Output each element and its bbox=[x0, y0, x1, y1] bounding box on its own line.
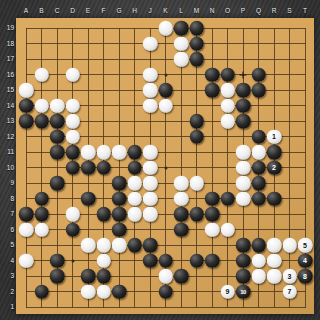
grid-line-vertical bbox=[181, 28, 182, 308]
white-stone-D13[interactable] bbox=[65, 114, 80, 129]
black-stone-O8[interactable] bbox=[220, 191, 235, 206]
black-stone-C12[interactable] bbox=[50, 129, 65, 144]
row-label-5: 5 bbox=[10, 242, 14, 249]
col-label-N: N bbox=[210, 8, 215, 15]
white-stone-J10[interactable] bbox=[143, 160, 158, 175]
black-stone-C9[interactable] bbox=[50, 176, 65, 191]
move-number-label: 7 bbox=[288, 288, 292, 295]
row-label-6: 6 bbox=[10, 226, 14, 233]
col-label-D: D bbox=[70, 8, 75, 15]
col-label-A: A bbox=[24, 8, 28, 15]
col-label-L: L bbox=[179, 8, 183, 15]
black-stone-C13[interactable] bbox=[50, 114, 65, 129]
black-stone-G7[interactable] bbox=[112, 207, 127, 222]
white-stone-N6[interactable] bbox=[205, 222, 220, 237]
white-stone-Q4[interactable] bbox=[251, 253, 266, 268]
black-stone-P5[interactable] bbox=[236, 238, 251, 253]
white-stone-L17[interactable] bbox=[174, 52, 189, 67]
black-stone-Q16[interactable] bbox=[251, 67, 266, 82]
move-number-label: 8 bbox=[303, 273, 307, 280]
black-stone-A7[interactable] bbox=[19, 207, 34, 222]
white-stone-O14[interactable] bbox=[220, 98, 235, 113]
col-label-E: E bbox=[86, 8, 90, 15]
col-label-Q: Q bbox=[256, 8, 261, 15]
white-stone-K14[interactable] bbox=[158, 98, 173, 113]
white-stone-H9[interactable] bbox=[127, 176, 142, 191]
black-stone-O16[interactable] bbox=[220, 67, 235, 82]
col-label-S: S bbox=[287, 8, 291, 15]
black-stone-M19[interactable] bbox=[189, 21, 204, 36]
move-number-label: 10 bbox=[240, 289, 246, 295]
black-stone-G8[interactable] bbox=[112, 191, 127, 206]
row-label-3: 3 bbox=[10, 273, 14, 280]
black-stone-R11[interactable] bbox=[267, 145, 282, 160]
row-label-17: 17 bbox=[7, 56, 14, 63]
black-stone-R8[interactable] bbox=[267, 191, 282, 206]
white-stone-K3[interactable] bbox=[158, 269, 173, 284]
white-stone-S2[interactable]: 7 bbox=[282, 284, 297, 299]
white-stone-D7[interactable] bbox=[65, 207, 80, 222]
black-stone-H11[interactable] bbox=[127, 145, 142, 160]
black-stone-N8[interactable] bbox=[205, 191, 220, 206]
white-stone-G5[interactable] bbox=[112, 238, 127, 253]
black-stone-D6[interactable] bbox=[65, 222, 80, 237]
white-stone-D16[interactable] bbox=[65, 67, 80, 82]
row-label-10: 10 bbox=[7, 164, 14, 171]
white-stone-H8[interactable] bbox=[127, 191, 142, 206]
black-stone-N16[interactable] bbox=[205, 67, 220, 82]
row-label-11: 11 bbox=[7, 149, 14, 156]
black-stone-B13[interactable] bbox=[34, 114, 49, 129]
white-stone-A15[interactable] bbox=[19, 83, 34, 98]
white-stone-T5[interactable]: 5 bbox=[298, 238, 313, 253]
col-label-O: O bbox=[225, 8, 230, 15]
row-label-9: 9 bbox=[10, 180, 14, 187]
white-stone-L9[interactable] bbox=[174, 176, 189, 191]
black-stone-M18[interactable] bbox=[189, 36, 204, 51]
white-stone-O15[interactable] bbox=[220, 83, 235, 98]
black-stone-N7[interactable] bbox=[205, 207, 220, 222]
black-stone-P15[interactable] bbox=[236, 83, 251, 98]
cross-marker bbox=[240, 71, 247, 78]
white-stone-J18[interactable] bbox=[143, 36, 158, 51]
white-stone-E11[interactable] bbox=[81, 145, 96, 160]
white-stone-J11[interactable] bbox=[143, 145, 158, 160]
black-stone-P2[interactable]: 10 bbox=[236, 284, 251, 299]
white-stone-Q3[interactable] bbox=[251, 269, 266, 284]
row-label-12: 12 bbox=[7, 133, 14, 140]
white-stone-L18[interactable] bbox=[174, 36, 189, 51]
black-stone-Q12[interactable] bbox=[251, 129, 266, 144]
black-stone-A13[interactable] bbox=[19, 114, 34, 129]
move-number-label: 9 bbox=[226, 288, 230, 295]
move-number-label: 5 bbox=[303, 242, 307, 249]
black-stone-Q15[interactable] bbox=[251, 83, 266, 98]
black-stone-N4[interactable] bbox=[205, 253, 220, 268]
grid-line-horizontal bbox=[26, 43, 306, 44]
white-stone-B14[interactable] bbox=[34, 98, 49, 113]
col-label-M: M bbox=[194, 8, 199, 15]
col-label-C: C bbox=[55, 8, 60, 15]
go-diagram-screenshot: ABCDEFGHJKLMNOPQRST191817161514131211109… bbox=[0, 0, 320, 320]
white-stone-C14[interactable] bbox=[50, 98, 65, 113]
white-stone-D14[interactable] bbox=[65, 98, 80, 113]
move-number-label: 3 bbox=[288, 273, 292, 280]
row-label-16: 16 bbox=[7, 71, 14, 78]
col-label-K: K bbox=[163, 8, 167, 15]
white-stone-P10[interactable] bbox=[236, 160, 251, 175]
white-stone-R4[interactable] bbox=[267, 253, 282, 268]
move-number-label: 2 bbox=[272, 164, 276, 171]
white-stone-J16[interactable] bbox=[143, 67, 158, 82]
black-stone-K2[interactable] bbox=[158, 284, 173, 299]
black-stone-P3[interactable] bbox=[236, 269, 251, 284]
black-stone-C11[interactable] bbox=[50, 145, 65, 160]
white-stone-O6[interactable] bbox=[220, 222, 235, 237]
black-stone-F10[interactable] bbox=[96, 160, 111, 175]
white-stone-J7[interactable] bbox=[143, 207, 158, 222]
col-label-F: F bbox=[102, 8, 106, 15]
white-stone-A6[interactable] bbox=[19, 222, 34, 237]
white-stone-B16[interactable] bbox=[34, 67, 49, 82]
black-stone-T3[interactable]: 8 bbox=[298, 269, 313, 284]
col-label-T: T bbox=[303, 8, 307, 15]
grid-line-horizontal bbox=[26, 59, 306, 60]
black-stone-G9[interactable] bbox=[112, 176, 127, 191]
white-stone-R12[interactable]: 1 bbox=[267, 129, 282, 144]
white-stone-L8[interactable] bbox=[174, 191, 189, 206]
black-stone-P4[interactable] bbox=[236, 253, 251, 268]
black-stone-F3[interactable] bbox=[96, 269, 111, 284]
col-label-B: B bbox=[39, 8, 43, 15]
white-stone-P9[interactable] bbox=[236, 176, 251, 191]
white-stone-J15[interactable] bbox=[143, 83, 158, 98]
white-stone-G11[interactable] bbox=[112, 145, 127, 160]
black-stone-B7[interactable] bbox=[34, 207, 49, 222]
black-stone-G6[interactable] bbox=[112, 222, 127, 237]
black-stone-C3[interactable] bbox=[50, 269, 65, 284]
black-stone-P14[interactable] bbox=[236, 98, 251, 113]
black-stone-J5[interactable] bbox=[143, 238, 158, 253]
black-stone-M12[interactable] bbox=[189, 129, 204, 144]
black-stone-D11[interactable] bbox=[65, 145, 80, 160]
white-stone-J9[interactable] bbox=[143, 176, 158, 191]
black-stone-H5[interactable] bbox=[127, 238, 142, 253]
row-label-8: 8 bbox=[10, 195, 14, 202]
black-stone-R10[interactable]: 2 bbox=[267, 160, 282, 175]
white-stone-K19[interactable] bbox=[158, 21, 173, 36]
white-stone-R3[interactable] bbox=[267, 269, 282, 284]
hoshi-point bbox=[164, 73, 167, 76]
col-label-R: R bbox=[272, 8, 277, 15]
black-stone-M4[interactable] bbox=[189, 253, 204, 268]
white-stone-F2[interactable] bbox=[96, 284, 111, 299]
hoshi-point bbox=[164, 166, 167, 169]
white-stone-S5[interactable] bbox=[282, 238, 297, 253]
black-stone-D10[interactable] bbox=[65, 160, 80, 175]
col-label-J: J bbox=[148, 8, 151, 15]
white-stone-M9[interactable] bbox=[189, 176, 204, 191]
white-stone-E5[interactable] bbox=[81, 238, 96, 253]
black-stone-Q5[interactable] bbox=[251, 238, 266, 253]
black-stone-M7[interactable] bbox=[189, 207, 204, 222]
black-stone-K4[interactable] bbox=[158, 253, 173, 268]
row-label-2: 2 bbox=[10, 288, 14, 295]
black-stone-N15[interactable] bbox=[205, 83, 220, 98]
black-stone-B2[interactable] bbox=[34, 284, 49, 299]
black-stone-L6[interactable] bbox=[174, 222, 189, 237]
black-stone-M13[interactable] bbox=[189, 114, 204, 129]
white-stone-P8[interactable] bbox=[236, 191, 251, 206]
black-stone-A14[interactable] bbox=[19, 98, 34, 113]
white-stone-F4[interactable] bbox=[96, 253, 111, 268]
black-stone-E8[interactable] bbox=[81, 191, 96, 206]
grid-line-horizontal bbox=[26, 307, 306, 308]
black-stone-F7[interactable] bbox=[96, 207, 111, 222]
white-stone-E2[interactable] bbox=[81, 284, 96, 299]
black-stone-E10[interactable] bbox=[81, 160, 96, 175]
white-stone-F11[interactable] bbox=[96, 145, 111, 160]
col-label-G: G bbox=[116, 8, 121, 15]
move-number-label: 1 bbox=[272, 133, 276, 140]
hoshi-point bbox=[71, 259, 74, 262]
black-stone-J4[interactable] bbox=[143, 253, 158, 268]
white-stone-S3[interactable]: 3 bbox=[282, 269, 297, 284]
white-stone-R5[interactable] bbox=[267, 238, 282, 253]
row-label-15: 15 bbox=[7, 87, 14, 94]
white-stone-O2[interactable]: 9 bbox=[220, 284, 235, 299]
white-stone-J14[interactable] bbox=[143, 98, 158, 113]
black-stone-P13[interactable] bbox=[236, 114, 251, 129]
row-label-7: 7 bbox=[10, 211, 14, 218]
black-stone-L3[interactable] bbox=[174, 269, 189, 284]
black-stone-Q9[interactable] bbox=[251, 176, 266, 191]
white-stone-D12[interactable] bbox=[65, 129, 80, 144]
white-stone-O13[interactable] bbox=[220, 114, 235, 129]
black-stone-K15[interactable] bbox=[158, 83, 173, 98]
col-label-P: P bbox=[241, 8, 245, 15]
white-stone-A4[interactable] bbox=[19, 253, 34, 268]
row-label-1: 1 bbox=[10, 304, 14, 311]
white-stone-Q11[interactable] bbox=[251, 145, 266, 160]
black-stone-L19[interactable] bbox=[174, 21, 189, 36]
white-stone-P11[interactable] bbox=[236, 145, 251, 160]
black-stone-Q8[interactable] bbox=[251, 191, 266, 206]
black-stone-C4[interactable] bbox=[50, 253, 65, 268]
white-stone-J8[interactable] bbox=[143, 191, 158, 206]
black-stone-T4[interactable]: 4 bbox=[298, 253, 313, 268]
black-stone-L7[interactable] bbox=[174, 207, 189, 222]
row-label-4: 4 bbox=[10, 257, 14, 264]
move-number-label: 4 bbox=[303, 257, 307, 264]
row-label-19: 19 bbox=[7, 25, 14, 32]
black-stone-Q10[interactable] bbox=[251, 160, 266, 175]
white-stone-F5[interactable] bbox=[96, 238, 111, 253]
black-stone-G2[interactable] bbox=[112, 284, 127, 299]
black-stone-H10[interactable] bbox=[127, 160, 142, 175]
row-label-18: 18 bbox=[7, 40, 14, 47]
row-label-14: 14 bbox=[7, 102, 14, 109]
white-stone-B6[interactable] bbox=[34, 222, 49, 237]
black-stone-E3[interactable] bbox=[81, 269, 96, 284]
black-stone-B8[interactable] bbox=[34, 191, 49, 206]
row-label-13: 13 bbox=[7, 118, 14, 125]
black-stone-M17[interactable] bbox=[189, 52, 204, 67]
col-label-H: H bbox=[132, 8, 137, 15]
grid-line-vertical bbox=[289, 28, 290, 308]
grid-line-vertical bbox=[119, 28, 120, 308]
white-stone-H7[interactable] bbox=[127, 207, 142, 222]
